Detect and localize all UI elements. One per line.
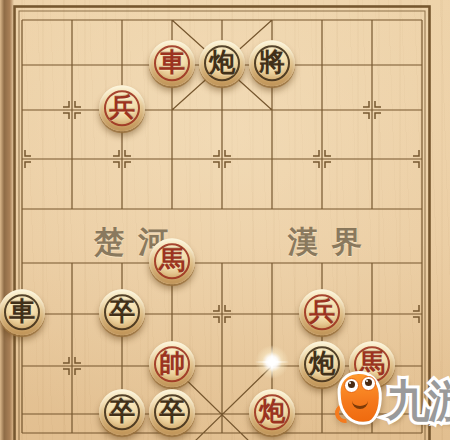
piece-red-chariot[interactable]: 車 — [149, 40, 195, 86]
river-text-han-jie: 漢界 — [288, 226, 376, 258]
table-edge-shadow — [0, 0, 14, 440]
piece-black-chariot[interactable]: 車 — [0, 289, 45, 335]
piece-red-soldier[interactable]: 兵 — [99, 85, 145, 131]
piece-red-soldier[interactable]: 兵 — [299, 289, 345, 335]
xiangqi-game-screen: 楚河 漢界 車炮將兵馬車卒兵帥炮馬卒卒炮 九游 九游 — [0, 0, 450, 440]
piece-red-general[interactable]: 帥 — [149, 341, 195, 387]
piece-red-cannon[interactable]: 炮 — [249, 389, 295, 435]
jiuyou-mascot-icon — [338, 371, 382, 425]
piece-red-horse[interactable]: 馬 — [149, 238, 195, 284]
piece-black-soldier[interactable]: 卒 — [149, 389, 195, 435]
mascot-eye — [361, 376, 376, 391]
piece-black-cannon[interactable]: 炮 — [199, 40, 245, 86]
jiuyou-watermark: 九游 九游 — [332, 366, 450, 440]
piece-black-soldier[interactable]: 卒 — [99, 389, 145, 435]
mascot-eye — [344, 378, 359, 393]
piece-black-general[interactable]: 將 — [249, 40, 295, 86]
watermark-text: 九游 九游 — [386, 376, 450, 430]
piece-black-soldier[interactable]: 卒 — [99, 289, 145, 335]
